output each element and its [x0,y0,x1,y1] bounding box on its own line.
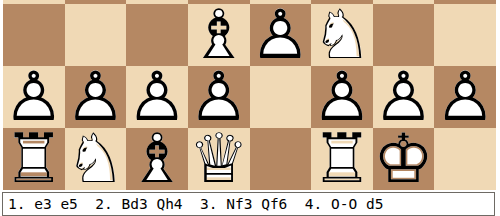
square-b2[interactable]: ♟♙ [65,66,127,128]
square-g3[interactable] [373,4,435,66]
white-pawn-fill: ♟ [311,66,373,128]
white-pawn-icon: ♙ [373,66,435,128]
square-b3[interactable] [65,4,127,66]
white-knight-icon: ♘ [65,128,127,190]
white-pawn-fill: ♟ [188,66,250,128]
square-a2[interactable]: ♟♙ [3,66,65,128]
white-pawn-fill: ♟ [250,4,312,66]
square-e3[interactable]: ♟♙ [250,4,312,66]
square-a1[interactable]: ♜♖ [3,128,65,190]
square-h3[interactable] [434,4,496,66]
square-d1[interactable]: ♛♕ [188,128,250,190]
white-queen-icon: ♕ [188,128,250,190]
square-f3[interactable]: ♞♘ [311,4,373,66]
square-c3[interactable] [126,4,188,66]
square-d3[interactable]: ♝♗ [188,4,250,66]
square-c1[interactable]: ♝♗ [126,128,188,190]
square-f1[interactable]: ♜♖ [311,128,373,190]
white-pawn-fill: ♟ [126,66,188,128]
white-rook-icon: ♖ [311,128,373,190]
square-g2[interactable]: ♟♙ [373,66,435,128]
white-pawn-fill: ♟ [434,66,496,128]
white-pawn-icon: ♙ [3,66,65,128]
white-king-icon: ♔ [373,128,435,190]
white-pawn-icon: ♙ [65,66,127,128]
white-queen-fill: ♛ [188,128,250,190]
white-pawn-icon: ♙ [126,66,188,128]
white-pawn-icon: ♙ [434,66,496,128]
square-b1[interactable]: ♞♘ [65,128,127,190]
square-e1[interactable] [250,128,312,190]
square-h2[interactable]: ♟♙ [434,66,496,128]
square-d2[interactable]: ♟♙ [188,66,250,128]
square-f2[interactable]: ♟♙ [311,66,373,128]
white-pawn-icon: ♙ [188,66,250,128]
white-knight-fill: ♞ [65,128,127,190]
square-e2[interactable] [250,66,312,128]
white-pawn-icon: ♙ [311,66,373,128]
white-knight-icon: ♘ [311,4,373,66]
square-a3[interactable] [3,4,65,66]
white-king-fill: ♚ [373,128,435,190]
square-g1[interactable]: ♚♔ [373,128,435,190]
chess-board: ♝♗♟♙♞♘♟♙♟♙♟♙♟♙♟♙♟♙♟♙♜♖♞♘♝♗♛♕♜♖♚♔ [3,0,496,190]
white-knight-fill: ♞ [311,4,373,66]
white-bishop-fill: ♝ [126,128,188,190]
white-bishop-fill: ♝ [188,4,250,66]
white-pawn-fill: ♟ [373,66,435,128]
white-bishop-icon: ♗ [126,128,188,190]
chess-app: ♝♗♟♙♞♘♟♙♟♙♟♙♟♙♟♙♟♙♟♙♜♖♞♘♝♗♛♕♜♖♚♔ [0,0,500,216]
white-pawn-icon: ♙ [250,4,312,66]
white-rook-icon: ♖ [3,128,65,190]
white-rook-fill: ♜ [311,128,373,190]
white-rook-fill: ♜ [3,128,65,190]
square-c2[interactable]: ♟♙ [126,66,188,128]
move-list-input[interactable] [2,192,495,216]
white-pawn-fill: ♟ [65,66,127,128]
white-pawn-fill: ♟ [3,66,65,128]
white-bishop-icon: ♗ [188,4,250,66]
square-h1[interactable] [434,128,496,190]
